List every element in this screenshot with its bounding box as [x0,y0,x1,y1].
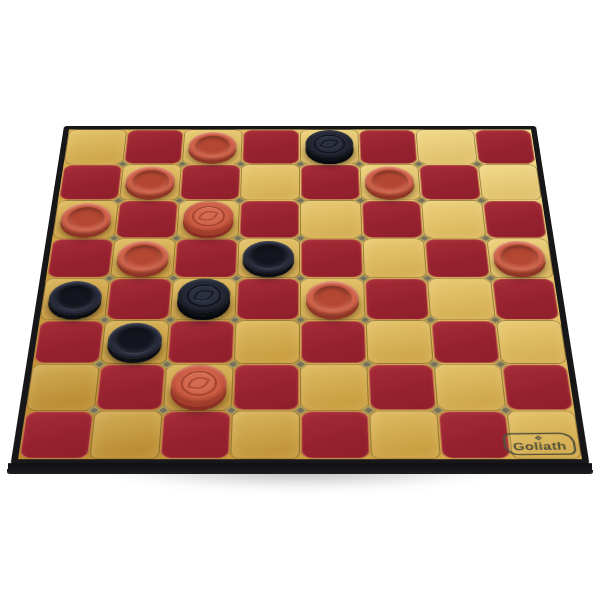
square-r5c8[interactable] [492,279,560,320]
red-man-piece[interactable] [365,167,416,197]
red-man-piece[interactable] [187,132,236,160]
square-r8c4[interactable] [230,410,300,459]
square-r6c3[interactable] [167,321,233,364]
square-r8c3[interactable] [160,411,230,458]
square-r2c7[interactable] [419,165,480,200]
goliath-logo-text: Goliath [512,441,567,452]
black-king-piece[interactable] [176,278,231,312]
square-r4c2[interactable] [110,238,177,278]
black-man-piece[interactable] [242,241,294,274]
square-r5c6[interactable] [365,279,430,320]
square-r6c1[interactable] [34,321,104,364]
black-king-piece[interactable] [305,130,353,158]
square-r2c3[interactable] [180,165,240,200]
square-r7c7[interactable] [434,364,506,410]
square-r7c2[interactable] [95,365,165,410]
square-r1c2[interactable] [124,130,184,163]
board-grid: ❖Goliath [18,129,582,459]
square-r2c1[interactable] [59,165,122,200]
square-r4c3[interactable] [174,239,237,278]
red-king-piece[interactable] [182,201,234,232]
square-r7c1[interactable] [26,364,100,410]
square-r4c5[interactable] [301,239,362,278]
board-frame: ❖Goliath [11,126,590,464]
square-r8c5[interactable] [301,411,369,458]
red-man-piece[interactable] [492,241,548,274]
square-r6c7[interactable] [431,321,499,364]
square-r2c2[interactable] [119,164,182,200]
square-r5c3[interactable] [170,278,237,320]
square-r2c6[interactable] [359,164,421,200]
square-r4c6[interactable] [362,238,427,278]
red-king-piece[interactable] [170,364,228,402]
square-r3c7[interactable] [421,200,486,238]
goliath-emboss-icon [191,206,225,226]
square-r3c1[interactable] [52,200,118,238]
square-r8c1[interactable] [19,411,93,458]
checkers-board-photo: ❖Goliath [0,0,600,600]
square-r7c3[interactable] [163,364,233,410]
goliath-emboss-icon [313,135,345,154]
square-r6c2[interactable] [100,320,170,364]
square-r2c5[interactable] [301,165,360,200]
goliath-logo: ❖Goliath [502,432,576,455]
goliath-emboss-icon [186,284,222,307]
square-r7c8[interactable] [502,365,574,410]
square-r4c7[interactable] [425,239,489,278]
square-r7c6[interactable] [368,365,436,410]
square-r8c8[interactable]: ❖Goliath [506,410,582,459]
red-man-piece[interactable] [116,241,170,274]
square-r1c6[interactable] [359,130,418,163]
square-r6c5[interactable] [301,321,366,364]
square-r7c4[interactable] [233,365,299,410]
square-r6c6[interactable] [365,320,434,364]
square-r2c8[interactable] [477,164,542,200]
square-r3c8[interactable] [483,201,547,238]
square-r2c4[interactable] [240,164,300,200]
black-man-piece[interactable] [46,281,103,315]
square-r6c4[interactable] [233,320,300,364]
square-r3c5[interactable] [300,200,362,238]
square-r1c4[interactable] [242,130,299,163]
red-man-piece[interactable] [58,203,112,234]
square-r4c8[interactable] [486,238,554,278]
square-r5c2[interactable] [106,279,172,320]
square-r1c7[interactable] [416,129,478,164]
goliath-emboss-icon [180,371,218,396]
red-man-piece[interactable] [124,167,176,197]
square-r8c2[interactable] [89,410,163,459]
square-r5c1[interactable] [40,278,110,320]
square-r3c2[interactable] [115,201,178,238]
square-r3c3[interactable] [176,200,239,238]
square-r5c7[interactable] [427,278,495,320]
square-r4c1[interactable] [47,239,113,278]
square-r1c5[interactable] [300,129,359,164]
square-r3c4[interactable] [239,201,299,238]
square-r1c3[interactable] [182,129,242,164]
square-r5c5[interactable] [300,278,365,320]
square-r4c4[interactable] [237,238,301,278]
square-r7c5[interactable] [300,364,369,410]
square-r1c8[interactable] [474,130,535,163]
square-r8c7[interactable] [438,411,510,458]
square-r1c1[interactable] [64,129,127,164]
square-r6c8[interactable] [495,320,567,364]
red-man-piece[interactable] [306,281,359,315]
black-man-piece[interactable] [106,323,163,359]
square-r5c4[interactable] [236,279,299,320]
square-r8c6[interactable] [369,410,441,459]
square-r3c6[interactable] [361,201,422,238]
